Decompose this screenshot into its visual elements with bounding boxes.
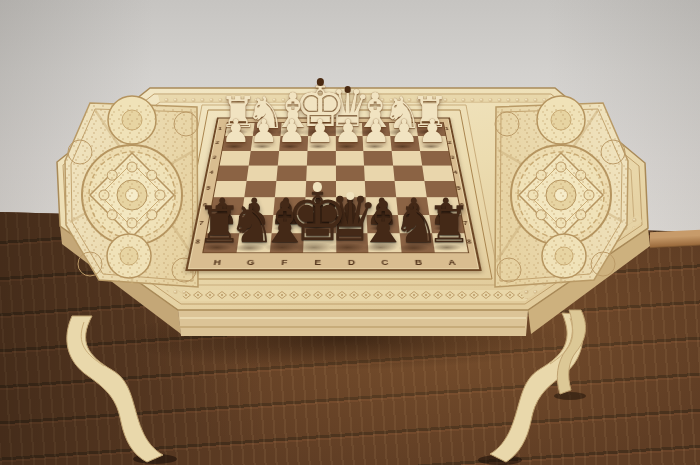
square-h4[interactable] <box>217 165 249 181</box>
black-rook-h8[interactable]: ♜ <box>196 200 241 251</box>
piece-glyph: ♟ <box>362 116 391 148</box>
table-apron-front <box>178 310 528 336</box>
piece-glyph: ♟ <box>390 116 419 148</box>
square-g4[interactable] <box>246 165 277 181</box>
square-f3[interactable] <box>278 151 308 166</box>
piece-glyph: ♟ <box>278 116 307 148</box>
square-g3[interactable] <box>249 151 279 166</box>
piece-glyph: ♜ <box>196 200 241 251</box>
square-d3[interactable] <box>335 151 364 166</box>
rank-label-left-4: 4 <box>209 170 214 174</box>
white-pawn-a2[interactable]: ♟ <box>418 116 447 148</box>
square-b4[interactable] <box>393 165 424 181</box>
carved-band-front <box>180 290 526 301</box>
file-label-G: G <box>246 258 255 266</box>
square-b3[interactable] <box>392 151 422 166</box>
piece-glyph: ♟ <box>334 116 363 148</box>
file-label-B: B <box>414 258 422 266</box>
file-label-D: D <box>348 258 356 266</box>
rank-label-left-2: 2 <box>215 140 219 144</box>
square-e3[interactable] <box>306 151 335 166</box>
square-c3[interactable] <box>364 151 394 166</box>
file-label-E: E <box>314 258 321 266</box>
file-label-A: A <box>448 258 457 266</box>
photo-scene: HGFEDCBA1122334455667788 ♜♞♝♛♚♝♞♜♟♟♟♟♟♟♟… <box>0 0 700 465</box>
rank-label-right-3: 3 <box>450 155 455 159</box>
white-pawn-e2[interactable]: ♟ <box>306 116 335 148</box>
piece-glyph: ♟ <box>418 116 447 148</box>
white-pawn-f2[interactable]: ♟ <box>278 116 307 148</box>
leg-shadow <box>554 392 586 400</box>
rank-label-right-4: 4 <box>453 170 458 174</box>
white-pawn-c2[interactable]: ♟ <box>362 116 391 148</box>
piece-glyph: ♟ <box>221 116 250 148</box>
white-pawn-b2[interactable]: ♟ <box>390 116 419 148</box>
white-pawn-g2[interactable]: ♟ <box>250 116 279 148</box>
piece-glyph: ♟ <box>306 116 335 148</box>
square-c4[interactable] <box>364 165 394 181</box>
rank-label-right-2: 2 <box>447 140 451 144</box>
square-a3[interactable] <box>420 151 451 166</box>
file-label-F: F <box>281 258 288 266</box>
white-pawn-h2[interactable]: ♟ <box>221 116 250 148</box>
file-label-C: C <box>381 258 389 266</box>
square-h3[interactable] <box>220 151 251 166</box>
white-pawn-d2[interactable]: ♟ <box>334 116 363 148</box>
square-a4[interactable] <box>422 165 454 181</box>
finial-detail <box>316 78 324 86</box>
rank-label-left-3: 3 <box>212 155 217 159</box>
piece-glyph: ♟ <box>250 116 279 148</box>
file-label-H: H <box>213 258 222 266</box>
